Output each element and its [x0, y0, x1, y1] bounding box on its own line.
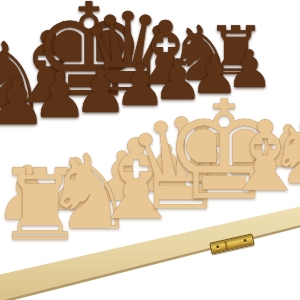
board-square-e7: [113, 96, 164, 116]
chess-piece-dark-bishop-f8: ♝: [126, 10, 205, 98]
board-square-a4: [0, 169, 33, 196]
board-square-f7: [152, 90, 202, 110]
board-square-g7: [189, 84, 238, 103]
board-square-h7: [224, 79, 272, 97]
board-square-f6: [164, 103, 215, 123]
board-square-c2: [91, 187, 150, 215]
clasp-hinge-line: [225, 241, 229, 249]
board-square-a1: [7, 225, 70, 257]
board-square-f5: [177, 117, 229, 138]
chess-piece-dark-knight-g8: ♞: [167, 15, 235, 91]
chess-piece-light-pawn-f2: ♟: [222, 124, 275, 184]
board-square-d1: [150, 196, 209, 224]
chess-piece-light-pawn-e2: ♟: [181, 130, 237, 192]
box-front-face-panel: [0, 184, 300, 300]
board-square-e6: [125, 109, 177, 130]
board-square-a5: [0, 152, 21, 177]
chess-board: [0, 58, 300, 275]
chess-piece-dark-rook-h8: ♜: [206, 18, 266, 85]
chess-set-photo: ♜♞♝♚♛♝♞♜♟♟♟♟♟♟♟♟♟♟♟♟♟♟♟♟♜♞♝♛♚♝♞♜: [0, 0, 300, 300]
board-square-c5: [54, 137, 109, 161]
board-square-h8: [211, 67, 258, 85]
chess-piece-dark-pawn-e7: ♟: [114, 56, 166, 114]
board-square-d3: [123, 162, 180, 187]
chess-piece-light-queen-d1: ♛: [125, 103, 237, 228]
board-square-e3: [165, 154, 220, 178]
board-square-c3: [79, 170, 137, 196]
board-square-d7: [74, 101, 126, 122]
board-square-e8: [102, 82, 152, 101]
chess-piece-light-rook-a1: ♜: [0, 156, 84, 254]
board-square-h4: [266, 119, 300, 140]
board-square-b6: [0, 129, 54, 152]
board-square-g2: [260, 155, 300, 179]
board-square-d5: [97, 130, 151, 153]
board-square-b5: [10, 145, 66, 170]
chess-piece-dark-pawn-a7: ♟: [0, 74, 3, 142]
box-front-face: [0, 0, 300, 300]
chess-piece-dark-rook-a8: ♜: [0, 42, 2, 129]
board-square-c1: [105, 205, 165, 234]
board-square-e2: [179, 171, 236, 197]
board-square-b1: [57, 215, 119, 245]
chess-piece-light-pawn-a2: ♟: [0, 157, 61, 231]
board-square-d8: [63, 88, 114, 108]
chess-piece-dark-pawn-c7: ♟: [31, 65, 87, 128]
board-square-c4: [66, 153, 122, 178]
board-square-a3: [0, 187, 45, 215]
clasp-screw-icon: [244, 239, 248, 243]
board-square-e4: [151, 139, 205, 162]
board-wooden-rim: [0, 58, 300, 275]
board-cream-margin: [0, 63, 300, 263]
board-square-b2: [45, 196, 105, 225]
board-square-h3: [282, 133, 300, 155]
chess-piece-light-knight-g1: ♞: [268, 113, 300, 196]
chess-piece-dark-pawn-f7: ♟: [153, 52, 203, 108]
chess-piece-dark-pawn-b7: ♟: [0, 69, 46, 134]
chess-piece-dark-bishop-c8: ♝: [4, 19, 92, 118]
board-square-c7: [32, 108, 85, 129]
board-square-h5: [252, 105, 300, 125]
chess-piece-dark-knight-b8: ♞: [0, 31, 48, 123]
board-square-f1: [236, 179, 293, 205]
board-square-c6: [43, 122, 97, 145]
board-square-e1: [194, 188, 252, 215]
board-square-d4: [110, 146, 165, 170]
board-square-b8: [0, 100, 32, 121]
board-square-h2: [297, 148, 300, 171]
board-square-a6: [0, 136, 10, 160]
board-square-f2: [220, 163, 275, 188]
board-squares-grid: [0, 66, 300, 258]
board-square-g3: [244, 140, 297, 163]
board-square-f3: [205, 147, 259, 171]
board-square-f4: [191, 132, 244, 154]
chess-piece-light-pawn-c2: ♟: [92, 143, 153, 211]
box-front-bottom-edge: [0, 200, 300, 300]
chess-piece-light-knight-b1: ♞: [43, 141, 136, 244]
board-square-g8: [176, 72, 224, 90]
chess-piece-light-pawn-g2: ♟: [262, 118, 300, 175]
chess-piece-dark-queen-e8: ♛: [79, 0, 176, 107]
board-square-a2: [0, 205, 57, 235]
chess-piece-light-bishop-c1: ♝: [87, 125, 186, 235]
board-square-f8: [140, 77, 189, 96]
board-square-g1: [276, 171, 300, 196]
chess-piece-light-pawn-b2: ♟: [44, 150, 108, 221]
board-square-h6: [238, 92, 287, 111]
chess-piece-light-king-e1: ♚: [163, 83, 286, 220]
board-square-d2: [136, 179, 194, 206]
clasp-screw-icon: [216, 245, 220, 249]
board-square-b7: [0, 114, 43, 136]
board-square-g4: [229, 125, 281, 147]
chess-piece-light-pawn-d2: ♟: [137, 137, 195, 202]
board-square-b3: [33, 178, 92, 205]
chess-piece-light-bishop-f1: ♝: [222, 109, 300, 206]
board-square-g6: [202, 97, 252, 117]
board-square-c8: [22, 94, 74, 114]
chess-piece-dark-pawn-d7: ♟: [74, 60, 128, 120]
chess-piece-dark-king-d8: ♚: [31, 0, 146, 115]
brass-clasp: [209, 233, 255, 254]
board-square-g5: [215, 111, 266, 132]
chess-piece-dark-pawn-g7: ♟: [190, 48, 238, 102]
board-square-b4: [21, 161, 79, 187]
board-square-e5: [138, 124, 191, 146]
board-square-d6: [85, 116, 138, 138]
chess-piece-dark-pawn-h7: ♟: [226, 44, 272, 96]
